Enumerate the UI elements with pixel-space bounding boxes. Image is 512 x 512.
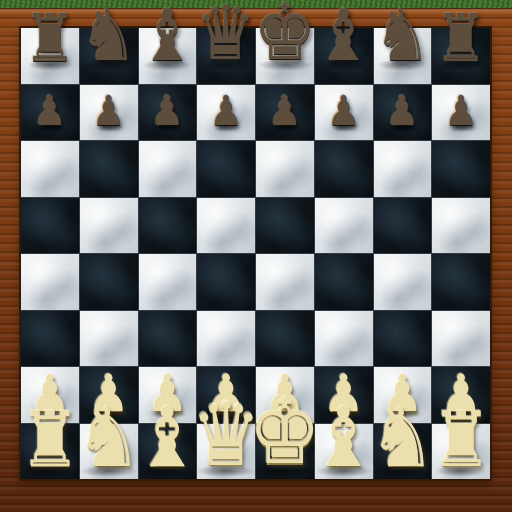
square-e6[interactable] (256, 141, 314, 197)
white-bishop[interactable]: ♝ (310, 395, 376, 478)
square-b1[interactable]: ♞ (80, 424, 138, 480)
square-e4[interactable] (256, 254, 314, 310)
square-e1[interactable]: ♚ (256, 424, 314, 480)
square-h7[interactable]: ♟ (432, 85, 490, 141)
square-d4[interactable] (197, 254, 255, 310)
chess-board[interactable]: ♜♞♝♛♚♝♞♜♟♟♟♟♟♟♟♟♟♟♟♟♟♟♟♟♜♞♝♛♚♝♞♜ (21, 28, 490, 479)
square-g1[interactable]: ♞ (374, 424, 432, 480)
square-e5[interactable] (256, 198, 314, 254)
black-knight[interactable]: ♞ (80, 0, 137, 71)
black-pawn[interactable]: ♟ (92, 91, 125, 132)
square-c7[interactable]: ♟ (139, 85, 197, 141)
square-b3[interactable] (80, 311, 138, 367)
square-b5[interactable] (80, 198, 138, 254)
white-rook[interactable]: ♜ (431, 402, 492, 478)
square-h6[interactable] (432, 141, 490, 197)
black-pawn[interactable]: ♟ (445, 91, 478, 132)
white-rook[interactable]: ♜ (19, 402, 80, 478)
square-a1[interactable]: ♜ (21, 424, 79, 480)
square-c3[interactable] (139, 311, 197, 367)
square-a7[interactable]: ♟ (21, 85, 79, 141)
black-king[interactable]: ♚ (253, 0, 316, 71)
square-d1[interactable]: ♛ (197, 424, 255, 480)
board-frame: ♜♞♝♛♚♝♞♜♟♟♟♟♟♟♟♟♟♟♟♟♟♟♟♟♜♞♝♛♚♝♞♜ (0, 8, 512, 512)
square-a5[interactable] (21, 198, 79, 254)
square-c8[interactable]: ♝ (139, 28, 197, 84)
square-h3[interactable] (432, 311, 490, 367)
black-bishop[interactable]: ♝ (315, 0, 372, 71)
square-h4[interactable] (432, 254, 490, 310)
black-pawn[interactable]: ♟ (327, 91, 360, 132)
square-g4[interactable] (374, 254, 432, 310)
black-pawn[interactable]: ♟ (33, 91, 66, 132)
square-c4[interactable] (139, 254, 197, 310)
black-bishop[interactable]: ♝ (139, 0, 196, 71)
square-g6[interactable] (374, 141, 432, 197)
square-c6[interactable] (139, 141, 197, 197)
square-b4[interactable] (80, 254, 138, 310)
chess-scene: ♜♞♝♛♚♝♞♜♟♟♟♟♟♟♟♟♟♟♟♟♟♟♟♟♜♞♝♛♚♝♞♜ (0, 0, 512, 512)
black-pawn[interactable]: ♟ (386, 91, 419, 132)
square-g5[interactable] (374, 198, 432, 254)
square-a3[interactable] (21, 311, 79, 367)
square-c1[interactable]: ♝ (139, 424, 197, 480)
square-h5[interactable] (432, 198, 490, 254)
square-f1[interactable]: ♝ (315, 424, 373, 480)
square-g8[interactable]: ♞ (374, 28, 432, 84)
square-h1[interactable]: ♜ (432, 424, 490, 480)
square-d5[interactable] (197, 198, 255, 254)
square-f4[interactable] (315, 254, 373, 310)
square-e7[interactable]: ♟ (256, 85, 314, 141)
square-e3[interactable] (256, 311, 314, 367)
black-knight[interactable]: ♞ (374, 0, 431, 71)
square-f8[interactable]: ♝ (315, 28, 373, 84)
square-h8[interactable]: ♜ (432, 28, 490, 84)
square-a4[interactable] (21, 254, 79, 310)
square-b8[interactable]: ♞ (80, 28, 138, 84)
black-pawn[interactable]: ♟ (151, 91, 184, 132)
square-d8[interactable]: ♛ (197, 28, 255, 84)
black-queen[interactable]: ♛ (196, 0, 256, 71)
square-g7[interactable]: ♟ (374, 85, 432, 141)
square-d3[interactable] (197, 311, 255, 367)
square-c5[interactable] (139, 198, 197, 254)
square-d6[interactable] (197, 141, 255, 197)
black-rook[interactable]: ♜ (435, 4, 488, 70)
square-b7[interactable]: ♟ (80, 85, 138, 141)
square-f3[interactable] (315, 311, 373, 367)
square-f5[interactable] (315, 198, 373, 254)
white-knight[interactable]: ♞ (75, 395, 141, 478)
black-pawn[interactable]: ♟ (268, 91, 301, 132)
square-a8[interactable]: ♜ (21, 28, 79, 84)
black-pawn[interactable]: ♟ (210, 91, 243, 132)
square-a6[interactable] (21, 141, 79, 197)
square-f6[interactable] (315, 141, 373, 197)
square-b6[interactable] (80, 141, 138, 197)
square-d7[interactable]: ♟ (197, 85, 255, 141)
square-g3[interactable] (374, 311, 432, 367)
square-e8[interactable]: ♚ (256, 28, 314, 84)
black-rook[interactable]: ♜ (23, 4, 76, 70)
white-knight[interactable]: ♞ (369, 395, 435, 478)
square-f7[interactable]: ♟ (315, 85, 373, 141)
